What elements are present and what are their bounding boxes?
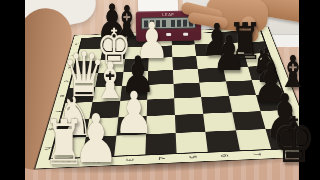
rank-label-3: 3 — [120, 151, 138, 170]
square-g6 — [203, 113, 235, 132]
square-g5 — [175, 114, 206, 133]
square-e8 — [252, 79, 283, 95]
square-f2 — [90, 101, 120, 119]
square-d7 — [223, 67, 252, 82]
square-c4 — [148, 57, 173, 71]
clock-button — [166, 33, 171, 36]
square-d4 — [148, 70, 174, 85]
square-d2 — [96, 72, 124, 87]
square-d5 — [173, 69, 200, 84]
square-e1 — [65, 87, 95, 103]
letterbox-bar-left — [0, 0, 25, 180]
board-grid — [51, 31, 303, 159]
square-g4 — [146, 115, 176, 134]
square-c5 — [172, 56, 197, 70]
square-f3 — [118, 100, 147, 118]
chess-board: abcdefgh 12345678 — [34, 27, 320, 169]
square-g2 — [86, 117, 118, 136]
square-d1 — [69, 73, 98, 88]
clock-time-left — [144, 20, 166, 27]
clock-button — [148, 33, 153, 36]
square-c6 — [196, 55, 222, 69]
square-e3 — [120, 85, 148, 101]
square-e7 — [226, 80, 256, 96]
square-g3 — [116, 116, 147, 135]
square-g1 — [56, 119, 89, 139]
square-f6 — [201, 96, 231, 114]
square-f1 — [61, 102, 93, 120]
square-e6 — [200, 81, 229, 97]
square-g8 — [260, 110, 295, 129]
square-c7 — [220, 54, 247, 68]
square-d3 — [122, 71, 148, 86]
rank-label-5: 5 — [184, 148, 202, 167]
square-e5 — [174, 82, 202, 98]
square-c3 — [123, 58, 148, 72]
square-d8 — [248, 65, 278, 80]
clock-button — [183, 33, 188, 36]
clock-buttons — [148, 33, 188, 37]
rank-label-6: 6 — [215, 147, 235, 165]
photo-frame: abcdefgh 12345678 LEAP ♚♛♝♞♜♟♟♟♟♜♟♞♟♟♟♚♟… — [0, 0, 320, 180]
square-f5 — [174, 97, 203, 115]
square-c2 — [98, 59, 124, 73]
square-e2 — [93, 86, 122, 102]
rank-label-4: 4 — [152, 149, 169, 168]
square-d6 — [198, 68, 226, 83]
square-e4 — [147, 84, 174, 100]
square-c1 — [73, 60, 100, 74]
square-f4 — [146, 99, 174, 117]
rank-label-2: 2 — [87, 152, 106, 171]
rank-label-7: 7 — [246, 145, 267, 163]
square-f8 — [256, 94, 289, 111]
square-c8 — [244, 53, 272, 67]
letterbox-bar-right — [299, 0, 320, 180]
board-border: abcdefgh 12345678 — [34, 27, 320, 169]
